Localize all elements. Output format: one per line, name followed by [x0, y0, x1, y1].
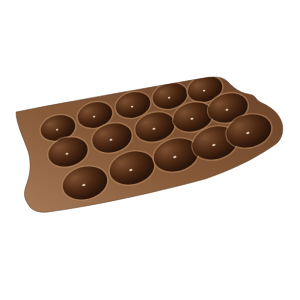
chocolate-mold-photo [0, 0, 300, 300]
product-photo [0, 0, 300, 300]
